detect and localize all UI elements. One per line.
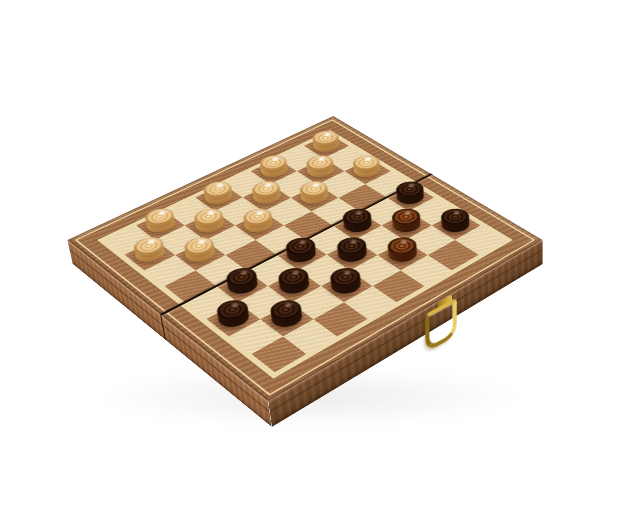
clasp-ring: [425, 297, 457, 352]
product-photo: [0, 0, 638, 510]
board-square[interactable]: [431, 211, 480, 240]
checker-piece-dark[interactable]: [222, 273, 263, 298]
checker-piece-light[interactable]: [180, 243, 220, 267]
scene: [0, 0, 638, 510]
checker-piece-dark[interactable]: [338, 214, 377, 237]
checker-piece-dark[interactable]: [282, 243, 322, 267]
checker-piece-dark[interactable]: [212, 306, 255, 333]
checker-piece-light[interactable]: [190, 214, 229, 237]
checker-piece-light[interactable]: [248, 187, 286, 209]
checker-piece-dark[interactable]: [387, 214, 426, 237]
board-frame: [97, 130, 513, 379]
checker-piece-dark[interactable]: [383, 243, 423, 267]
checker-piece-light[interactable]: [141, 214, 180, 237]
brass-clasp: [418, 287, 463, 338]
checkers-board: [67, 116, 542, 401]
checker-piece-light[interactable]: [240, 214, 279, 237]
